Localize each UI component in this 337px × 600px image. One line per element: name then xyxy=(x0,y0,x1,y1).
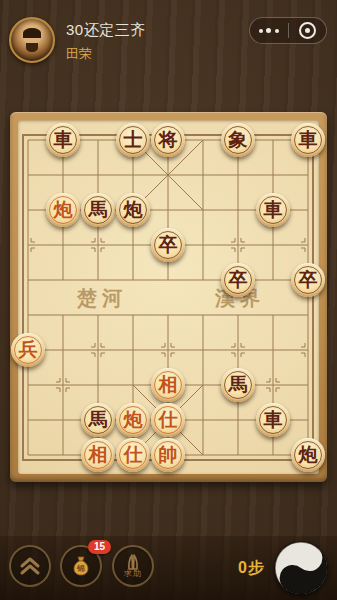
piece-black-士[interactable]: 士 xyxy=(116,123,150,157)
piece-red-帥[interactable]: 帥 xyxy=(151,438,185,472)
piece-red-相[interactable]: 相 xyxy=(81,438,115,472)
app-screen: { "app": { "title": "30还定三齐", "player": … xyxy=(0,0,337,600)
piece-black-車[interactable]: 車 xyxy=(46,123,80,157)
target-circle-icon xyxy=(299,22,316,39)
wechat-capsule xyxy=(249,17,327,44)
opponent-name: 田荣 xyxy=(66,45,146,63)
river-label-left: 楚河 xyxy=(77,285,127,312)
more-button[interactable] xyxy=(250,18,288,43)
piece-black-卒[interactable]: 卒 xyxy=(221,263,255,297)
yin-yang-icon xyxy=(274,541,328,595)
piece-black-象[interactable]: 象 xyxy=(221,123,255,157)
piece-black-卒[interactable]: 卒 xyxy=(291,263,325,297)
piece-black-車[interactable]: 車 xyxy=(256,403,290,437)
ask-help-button[interactable]: 求助 xyxy=(112,545,154,587)
piece-red-炮[interactable]: 炮 xyxy=(46,193,80,227)
more-dots-icon xyxy=(266,28,271,33)
money-bag-icon: 锦 xyxy=(68,553,94,579)
piece-black-炮[interactable]: 炮 xyxy=(291,438,325,472)
move-counter: 0步 xyxy=(238,558,265,579)
svg-text:锦: 锦 xyxy=(76,564,85,573)
more-dots-icon xyxy=(259,29,263,33)
player-turn-avatar[interactable] xyxy=(274,541,328,595)
level-title: 30还定三齐 xyxy=(66,21,146,40)
level-avatar xyxy=(9,17,55,63)
piece-red-仕[interactable]: 仕 xyxy=(116,438,150,472)
expand-menu-button[interactable] xyxy=(9,545,51,587)
piece-red-炮[interactable]: 炮 xyxy=(116,403,150,437)
help-label: 求助 xyxy=(124,568,142,579)
piece-black-馬[interactable]: 馬 xyxy=(81,193,115,227)
piece-black-卒[interactable]: 卒 xyxy=(151,228,185,262)
piece-red-仕[interactable]: 仕 xyxy=(151,403,185,437)
piece-black-馬[interactable]: 馬 xyxy=(221,368,255,402)
piece-black-車[interactable]: 車 xyxy=(291,123,325,157)
piece-black-車[interactable]: 車 xyxy=(256,193,290,227)
title-block: 30还定三齐 田荣 xyxy=(66,21,146,63)
piece-black-炮[interactable]: 炮 xyxy=(116,193,150,227)
bottom-toolbar: 锦 15 求助 0步 xyxy=(0,536,337,600)
header: 30还定三齐 田荣 xyxy=(0,0,337,64)
piece-red-兵[interactable]: 兵 xyxy=(11,333,45,367)
minimize-button[interactable] xyxy=(289,18,327,43)
piece-black-馬[interactable]: 馬 xyxy=(81,403,115,437)
more-dots-icon xyxy=(275,29,279,33)
piece-red-相[interactable]: 相 xyxy=(151,368,185,402)
piece-black-将[interactable]: 将 xyxy=(151,123,185,157)
hint-count-badge: 15 xyxy=(88,540,111,554)
double-chevron-up-icon xyxy=(19,556,41,576)
xiangqi-board[interactable]: 楚河 漢界 車士将象車炮馬炮車卒卒卒兵相馬馬炮仕車相仕帥炮 xyxy=(10,112,327,482)
